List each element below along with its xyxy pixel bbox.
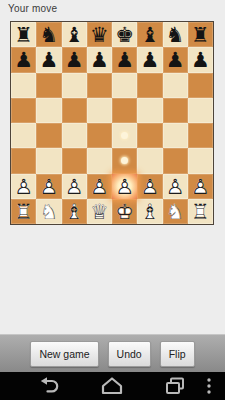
square-e3[interactable] (112, 148, 137, 173)
white-rook-fill: ♜ (188, 199, 213, 225)
square-f4[interactable] (137, 123, 162, 148)
square-g4[interactable] (163, 123, 188, 148)
square-f7[interactable]: ♟ (137, 47, 162, 72)
square-d8[interactable]: ♛ (87, 22, 112, 47)
move-hint-dot[interactable] (121, 157, 128, 164)
square-c3[interactable] (62, 148, 87, 173)
white-pawn-fill: ♟ (112, 174, 137, 200)
back-icon[interactable] (37, 375, 61, 397)
square-b5[interactable] (36, 98, 61, 123)
square-g8[interactable]: ♞ (163, 22, 188, 47)
square-d1[interactable]: ♛♕ (87, 199, 112, 224)
square-b8[interactable]: ♞ (36, 22, 61, 47)
white-rook: ♖ (188, 199, 213, 225)
white-bishop: ♗ (137, 199, 162, 225)
square-g3[interactable] (163, 148, 188, 173)
square-h2[interactable]: ♟♙ (188, 174, 213, 199)
square-f8[interactable]: ♝ (137, 22, 162, 47)
chess-board: ♜♞♝♛♚♝♞♜♟♟♟♟♟♟♟♟♟♙♟♙♟♙♟♙♟♙♟♙♟♙♟♙♜♖♞♘♝♗♛♕… (10, 21, 214, 225)
black-bishop: ♝ (137, 22, 162, 48)
move-hint-dot[interactable] (121, 132, 128, 139)
chess-app-screen: Your move ♜♞♝♛♚♝♞♜♟♟♟♟♟♟♟♟♟♙♟♙♟♙♟♙♟♙♟♙♟♙… (0, 0, 225, 400)
white-queen: ♕ (87, 199, 112, 225)
white-knight: ♘ (36, 199, 61, 225)
black-pawn: ♟ (87, 47, 112, 73)
square-a6[interactable] (11, 73, 36, 98)
square-c5[interactable] (62, 98, 87, 123)
white-pawn: ♙ (112, 174, 137, 200)
white-pawn-fill: ♟ (188, 174, 213, 200)
square-f3[interactable] (137, 148, 162, 173)
square-c8[interactable]: ♝ (62, 22, 87, 47)
square-c4[interactable] (62, 123, 87, 148)
square-g2[interactable]: ♟♙ (163, 174, 188, 199)
square-d4[interactable] (87, 123, 112, 148)
black-pawn: ♟ (137, 47, 162, 73)
square-f5[interactable] (137, 98, 162, 123)
white-bishop: ♗ (62, 199, 87, 225)
home-icon[interactable] (100, 375, 124, 397)
black-pawn: ♟ (188, 47, 213, 73)
square-e4[interactable] (112, 123, 137, 148)
square-f6[interactable] (137, 73, 162, 98)
square-h5[interactable] (188, 98, 213, 123)
white-pawn-fill: ♟ (11, 174, 36, 200)
black-knight: ♞ (36, 22, 61, 48)
square-g5[interactable] (163, 98, 188, 123)
square-d3[interactable] (87, 148, 112, 173)
white-pawn: ♙ (163, 174, 188, 200)
white-pawn-fill: ♟ (87, 174, 112, 200)
square-e1[interactable]: ♚♔ (112, 199, 137, 224)
white-pawn: ♙ (137, 174, 162, 200)
square-b1[interactable]: ♞♘ (36, 199, 61, 224)
square-h8[interactable]: ♜ (188, 22, 213, 47)
white-pawn: ♙ (11, 174, 36, 200)
white-king: ♔ (112, 199, 137, 225)
square-c1[interactable]: ♝♗ (62, 199, 87, 224)
square-b7[interactable]: ♟ (36, 47, 61, 72)
black-pawn: ♟ (11, 47, 36, 73)
white-pawn: ♙ (188, 174, 213, 200)
toolbar: New game Undo Flip (0, 334, 225, 372)
black-pawn: ♟ (163, 47, 188, 73)
android-navbar (0, 372, 225, 400)
status-text: Your move (8, 3, 57, 14)
black-pawn: ♟ (36, 47, 61, 73)
white-bishop-fill: ♝ (62, 199, 87, 225)
square-g1[interactable]: ♞♘ (163, 199, 188, 224)
square-b3[interactable] (36, 148, 61, 173)
square-c7[interactable]: ♟ (62, 47, 87, 72)
square-f1[interactable]: ♝♗ (137, 199, 162, 224)
square-b4[interactable] (36, 123, 61, 148)
black-king: ♚ (112, 22, 137, 48)
black-pawn: ♟ (112, 47, 137, 73)
white-king-fill: ♚ (112, 199, 137, 225)
white-pawn-fill: ♟ (163, 174, 188, 200)
white-rook-fill: ♜ (11, 199, 36, 225)
square-e2[interactable]: ♟♙ (112, 174, 137, 199)
square-h1[interactable]: ♜♖ (188, 199, 213, 224)
square-e6[interactable] (112, 73, 137, 98)
white-pawn: ♙ (62, 174, 87, 200)
square-c2[interactable]: ♟♙ (62, 174, 87, 199)
white-pawn: ♙ (36, 174, 61, 200)
white-knight-fill: ♞ (163, 199, 188, 225)
white-pawn-fill: ♟ (36, 174, 61, 200)
square-e7[interactable]: ♟ (112, 47, 137, 72)
white-pawn-fill: ♟ (62, 174, 87, 200)
square-e8[interactable]: ♚ (112, 22, 137, 47)
square-b6[interactable] (36, 73, 61, 98)
white-knight: ♘ (163, 199, 188, 225)
square-d2[interactable]: ♟♙ (87, 174, 112, 199)
undo-button[interactable]: Undo (108, 341, 151, 367)
white-queen-fill: ♛ (87, 199, 112, 225)
white-pawn-fill: ♟ (137, 174, 162, 200)
white-rook: ♖ (11, 199, 36, 225)
new-game-button[interactable]: New game (30, 341, 98, 367)
square-a7[interactable]: ♟ (11, 47, 36, 72)
square-g6[interactable] (163, 73, 188, 98)
square-d6[interactable] (87, 73, 112, 98)
black-knight: ♞ (163, 22, 188, 48)
black-rook: ♜ (188, 22, 213, 48)
white-pawn: ♙ (87, 174, 112, 200)
white-knight-fill: ♞ (36, 199, 61, 225)
square-g7[interactable]: ♟ (163, 47, 188, 72)
square-a8[interactable]: ♜ (11, 22, 36, 47)
square-h3[interactable] (188, 148, 213, 173)
square-b2[interactable]: ♟♙ (36, 174, 61, 199)
square-h6[interactable] (188, 73, 213, 98)
square-e5[interactable] (112, 98, 137, 123)
square-f2[interactable]: ♟♙ (137, 174, 162, 199)
square-a5[interactable] (11, 98, 36, 123)
white-bishop-fill: ♝ (137, 199, 162, 225)
square-a3[interactable] (11, 148, 36, 173)
square-d7[interactable]: ♟ (87, 47, 112, 72)
black-bishop: ♝ (62, 22, 87, 48)
overflow-menu-icon[interactable] (203, 375, 215, 397)
square-c6[interactable] (62, 73, 87, 98)
flip-button[interactable]: Flip (160, 341, 195, 367)
square-h7[interactable]: ♟ (188, 47, 213, 72)
black-rook: ♜ (11, 22, 36, 48)
black-queen: ♛ (87, 22, 112, 48)
recents-icon[interactable] (163, 375, 187, 397)
square-a4[interactable] (11, 123, 36, 148)
black-pawn: ♟ (62, 47, 87, 73)
square-a2[interactable]: ♟♙ (11, 174, 36, 199)
square-h4[interactable] (188, 123, 213, 148)
square-d5[interactable] (87, 98, 112, 123)
square-a1[interactable]: ♜♖ (11, 199, 36, 224)
